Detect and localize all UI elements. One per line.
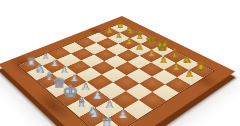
- square-h1: ♜: [92, 118, 122, 126]
- piece-glyph: ♜: [94, 118, 119, 126]
- square-h7: ♟: [177, 70, 203, 85]
- board-frame-burl: ♜♞♝♛♚♝♞♜♟♟♟♟♟♟♟♟♟♟♟♟♟♟♟♟♜♞♝♛♚♝♞♜: [0, 16, 235, 126]
- photo-scene: ♜♞♝♛♚♝♞♜♟♟♟♟♟♟♟♟♟♟♟♟♟♟♟♟♜♞♝♛♚♝♞♜: [0, 0, 240, 126]
- square-e5: [115, 62, 139, 76]
- chess-board: ♜♞♝♛♚♝♞♜♟♟♟♟♟♟♟♟♟♟♟♟♟♟♟♟♜♞♝♛♚♝♞♜: [0, 16, 235, 126]
- piece-glyph: ♟: [180, 70, 201, 80]
